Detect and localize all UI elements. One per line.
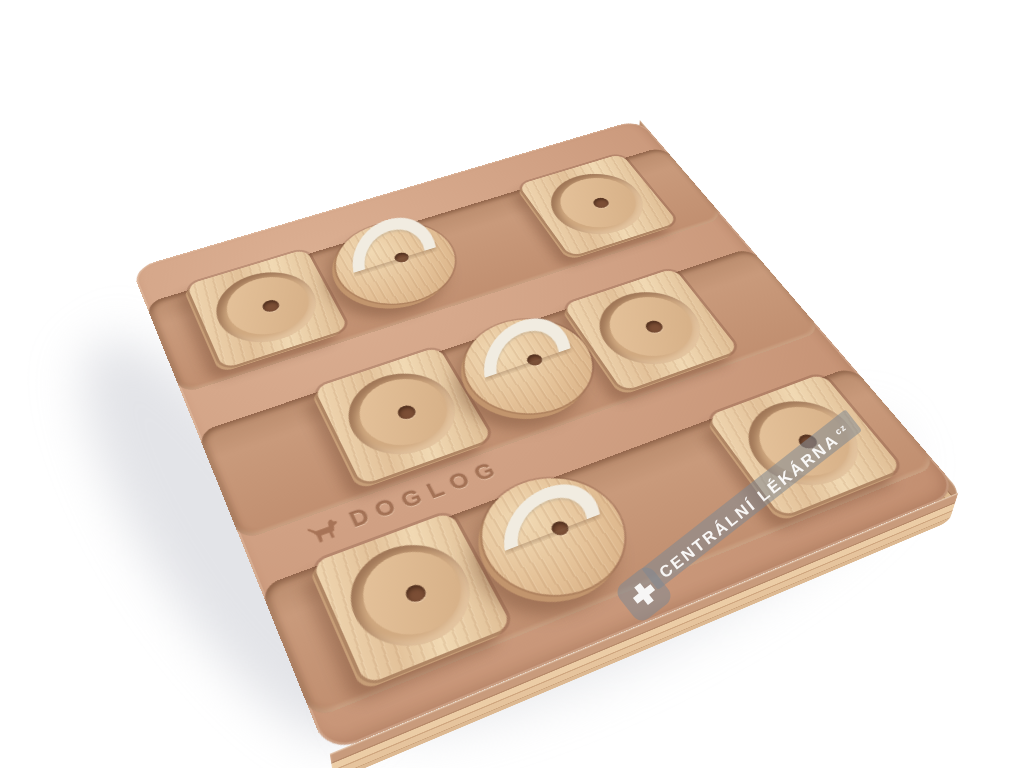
treat-recess	[204, 262, 329, 355]
scent-hole	[395, 403, 418, 421]
treat-recess	[536, 165, 659, 245]
sliding-cover-r1c3[interactable]	[518, 154, 678, 257]
scent-hole	[403, 582, 429, 604]
treat-recess	[334, 530, 489, 664]
rope-knob-r1c2[interactable]	[319, 210, 473, 318]
product-photo-stage: DOGLOG CENTRÁLNÍ LÉKÁRNAcz	[0, 0, 1024, 768]
treat-recess	[334, 361, 472, 468]
recess-floor	[349, 539, 476, 649]
sliding-cover-r1c1[interactable]	[186, 249, 348, 369]
treat-recess	[582, 281, 718, 376]
recess-floor	[347, 369, 461, 457]
photo-scene: DOGLOG	[0, 0, 1024, 768]
dog-silhouette-icon	[303, 514, 346, 548]
